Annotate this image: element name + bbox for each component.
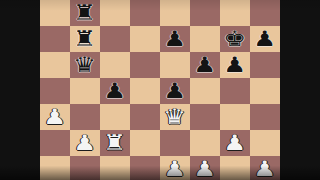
square-g6: ♟ xyxy=(220,52,250,78)
letterbox-left xyxy=(0,0,40,180)
square-c5: ♟ xyxy=(100,78,130,104)
square-c8 xyxy=(100,0,130,26)
black-pawn-e7: ♟ xyxy=(164,28,187,49)
square-e2: ♟ xyxy=(160,156,190,180)
black-pawn-g6: ♟ xyxy=(224,54,247,75)
square-a8 xyxy=(40,0,70,26)
square-b4 xyxy=(70,104,100,130)
white-rook-c3: ♜ xyxy=(104,132,127,153)
square-e6 xyxy=(160,52,190,78)
square-e4: ♛ xyxy=(160,104,190,130)
square-e3 xyxy=(160,130,190,156)
square-d6 xyxy=(130,52,160,78)
square-h4 xyxy=(250,104,280,130)
square-b2 xyxy=(70,156,100,180)
square-g7: ♚ xyxy=(220,26,250,52)
square-a2 xyxy=(40,156,70,180)
black-pawn-h7: ♟ xyxy=(254,28,277,49)
square-h7: ♟ xyxy=(250,26,280,52)
square-a3 xyxy=(40,130,70,156)
white-pawn-e2: ♟ xyxy=(164,158,187,179)
square-g3: ♟ xyxy=(220,130,250,156)
square-d5 xyxy=(130,78,160,104)
square-b8: ♜ xyxy=(70,0,100,26)
white-pawn-a4: ♟ xyxy=(44,106,67,127)
square-a6 xyxy=(40,52,70,78)
square-g4 xyxy=(220,104,250,130)
letterbox-right xyxy=(280,0,320,180)
square-f3 xyxy=(190,130,220,156)
square-f8 xyxy=(190,0,220,26)
square-c4 xyxy=(100,104,130,130)
square-a4: ♟ xyxy=(40,104,70,130)
square-h8 xyxy=(250,0,280,26)
white-pawn-h2: ♟ xyxy=(254,158,277,179)
square-a5 xyxy=(40,78,70,104)
square-c3: ♜ xyxy=(100,130,130,156)
black-rook-b8: ♜ xyxy=(74,2,97,23)
black-pawn-c5: ♟ xyxy=(104,80,127,101)
black-pawn-e5: ♟ xyxy=(164,80,187,101)
white-pawn-b3: ♟ xyxy=(74,132,97,153)
square-e7: ♟ xyxy=(160,26,190,52)
square-h3 xyxy=(250,130,280,156)
chess-board: ♜♜♟♚♟♛♟♟♟♟♟♛♟♜♟♟♟♟♜♚ xyxy=(40,0,280,180)
square-b7: ♜ xyxy=(70,26,100,52)
square-f6: ♟ xyxy=(190,52,220,78)
square-h6 xyxy=(250,52,280,78)
square-c6 xyxy=(100,52,130,78)
square-b5 xyxy=(70,78,100,104)
square-g5 xyxy=(220,78,250,104)
square-c2 xyxy=(100,156,130,180)
square-e8 xyxy=(160,0,190,26)
square-d8 xyxy=(130,0,160,26)
square-a7 xyxy=(40,26,70,52)
square-d7 xyxy=(130,26,160,52)
square-f7 xyxy=(190,26,220,52)
square-f2: ♟ xyxy=(190,156,220,180)
square-h2: ♟ xyxy=(250,156,280,180)
black-king-g7: ♚ xyxy=(224,28,247,49)
square-d3 xyxy=(130,130,160,156)
square-b3: ♟ xyxy=(70,130,100,156)
square-h5 xyxy=(250,78,280,104)
square-b6: ♛ xyxy=(70,52,100,78)
black-rook-b7: ♜ xyxy=(74,28,97,49)
square-e5: ♟ xyxy=(160,78,190,104)
square-c7 xyxy=(100,26,130,52)
video-frame: ♜♜♟♚♟♛♟♟♟♟♟♛♟♜♟♟♟♟♜♚ xyxy=(0,0,320,180)
square-d2 xyxy=(130,156,160,180)
black-pawn-f6: ♟ xyxy=(194,54,217,75)
square-g8 xyxy=(220,0,250,26)
black-queen-b6: ♛ xyxy=(74,54,97,75)
square-f5 xyxy=(190,78,220,104)
square-g2 xyxy=(220,156,250,180)
white-queen-e4: ♛ xyxy=(164,106,187,127)
white-pawn-f2: ♟ xyxy=(194,158,217,179)
white-pawn-g3: ♟ xyxy=(224,132,247,153)
square-d4 xyxy=(130,104,160,130)
square-f4 xyxy=(190,104,220,130)
